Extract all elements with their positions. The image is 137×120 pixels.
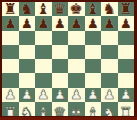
- black-pawn[interactable]: ♟: [120, 17, 132, 30]
- square-c4[interactable]: [35, 59, 52, 73]
- square-h1[interactable]: ♜: [118, 102, 135, 116]
- square-b5[interactable]: [19, 45, 36, 59]
- square-d8[interactable]: ♛: [52, 2, 69, 16]
- square-b8[interactable]: ♞: [19, 2, 36, 16]
- square-e4[interactable]: [68, 59, 85, 73]
- square-h6[interactable]: [118, 31, 135, 45]
- square-f8[interactable]: ♝: [85, 2, 102, 16]
- black-pawn[interactable]: ♟: [70, 17, 82, 30]
- white-knight[interactable]: ♞: [103, 106, 116, 116]
- square-e5[interactable]: [68, 45, 85, 59]
- white-pawn[interactable]: ♟: [70, 88, 82, 101]
- square-h7[interactable]: ♟: [118, 16, 135, 30]
- white-knight[interactable]: ♞: [20, 106, 33, 116]
- black-pawn[interactable]: ♟: [21, 17, 33, 30]
- white-pawn[interactable]: ♟: [103, 88, 115, 101]
- black-bishop[interactable]: ♝: [86, 2, 99, 16]
- square-b3[interactable]: [19, 73, 36, 87]
- square-a4[interactable]: [2, 59, 19, 73]
- square-c1[interactable]: ♝: [35, 102, 52, 116]
- square-c5[interactable]: [35, 45, 52, 59]
- square-h2[interactable]: ♟: [118, 88, 135, 102]
- square-a6[interactable]: [2, 31, 19, 45]
- square-f1[interactable]: ♝: [85, 102, 102, 116]
- square-e8[interactable]: ♚: [68, 2, 85, 16]
- square-e7[interactable]: ♟: [68, 16, 85, 30]
- square-d4[interactable]: [52, 59, 69, 73]
- white-rook[interactable]: ♜: [4, 106, 17, 116]
- square-e3[interactable]: [68, 73, 85, 87]
- square-f5[interactable]: [85, 45, 102, 59]
- square-g5[interactable]: [101, 45, 118, 59]
- square-c6[interactable]: [35, 31, 52, 45]
- square-g1[interactable]: ♞: [101, 102, 118, 116]
- black-king[interactable]: ♚: [70, 2, 83, 16]
- square-f7[interactable]: ♟: [85, 16, 102, 30]
- black-pawn[interactable]: ♟: [37, 17, 49, 30]
- square-d5[interactable]: [52, 45, 69, 59]
- square-a7[interactable]: ♟: [2, 16, 19, 30]
- square-h8[interactable]: ♜: [118, 2, 135, 16]
- square-d6[interactable]: [52, 31, 69, 45]
- square-a8[interactable]: ♜: [2, 2, 19, 16]
- black-knight[interactable]: ♞: [20, 2, 33, 16]
- square-a3[interactable]: [2, 73, 19, 87]
- white-pawn[interactable]: ♟: [4, 88, 16, 101]
- square-d1[interactable]: ♛: [52, 102, 69, 116]
- black-queen[interactable]: ♛: [53, 2, 66, 16]
- square-f6[interactable]: [85, 31, 102, 45]
- square-f2[interactable]: ♟: [85, 88, 102, 102]
- white-bishop[interactable]: ♝: [86, 106, 99, 116]
- square-f3[interactable]: [85, 73, 102, 87]
- black-pawn[interactable]: ♟: [103, 17, 115, 30]
- white-king[interactable]: ♚: [70, 106, 83, 116]
- white-pawn[interactable]: ♟: [54, 88, 66, 101]
- square-g6[interactable]: [101, 31, 118, 45]
- square-c8[interactable]: ♝: [35, 2, 52, 16]
- square-g4[interactable]: [101, 59, 118, 73]
- square-c2[interactable]: ♟: [35, 88, 52, 102]
- square-a1[interactable]: ♜: [2, 102, 19, 116]
- square-g2[interactable]: ♟: [101, 88, 118, 102]
- square-e6[interactable]: [68, 31, 85, 45]
- square-d7[interactable]: ♟: [52, 16, 69, 30]
- square-f4[interactable]: [85, 59, 102, 73]
- chess-board: ♜♞♝♛♚♝♞♜♟♟♟♟♟♟♟♟♟♟♟♟♟♟♟♟♜♞♝♛♚♝♞♜: [2, 2, 134, 116]
- white-pawn[interactable]: ♟: [87, 88, 99, 101]
- black-rook[interactable]: ♜: [4, 2, 17, 16]
- black-pawn[interactable]: ♟: [4, 17, 16, 30]
- square-b2[interactable]: ♟: [19, 88, 36, 102]
- square-g8[interactable]: ♞: [101, 2, 118, 16]
- black-pawn[interactable]: ♟: [54, 17, 66, 30]
- board-frame: ♜♞♝♛♚♝♞♜♟♟♟♟♟♟♟♟♟♟♟♟♟♟♟♟♜♞♝♛♚♝♞♜: [0, 0, 137, 120]
- square-h5[interactable]: [118, 45, 135, 59]
- square-a2[interactable]: ♟: [2, 88, 19, 102]
- black-rook[interactable]: ♜: [119, 2, 132, 16]
- square-c7[interactable]: ♟: [35, 16, 52, 30]
- square-d3[interactable]: [52, 73, 69, 87]
- square-e1[interactable]: ♚: [68, 102, 85, 116]
- black-knight[interactable]: ♞: [103, 2, 116, 16]
- black-pawn[interactable]: ♟: [87, 17, 99, 30]
- square-h4[interactable]: [118, 59, 135, 73]
- white-pawn[interactable]: ♟: [120, 88, 132, 101]
- square-h3[interactable]: [118, 73, 135, 87]
- square-g3[interactable]: [101, 73, 118, 87]
- square-c3[interactable]: [35, 73, 52, 87]
- white-pawn[interactable]: ♟: [37, 88, 49, 101]
- white-pawn[interactable]: ♟: [21, 88, 33, 101]
- square-g7[interactable]: ♟: [101, 16, 118, 30]
- square-b6[interactable]: [19, 31, 36, 45]
- white-bishop[interactable]: ♝: [37, 106, 50, 116]
- square-b7[interactable]: ♟: [19, 16, 36, 30]
- white-queen[interactable]: ♛: [53, 106, 66, 116]
- square-d2[interactable]: ♟: [52, 88, 69, 102]
- white-rook[interactable]: ♜: [119, 106, 132, 116]
- square-b4[interactable]: [19, 59, 36, 73]
- square-e2[interactable]: ♟: [68, 88, 85, 102]
- square-b1[interactable]: ♞: [19, 102, 36, 116]
- square-a5[interactable]: [2, 45, 19, 59]
- black-bishop[interactable]: ♝: [37, 2, 50, 16]
